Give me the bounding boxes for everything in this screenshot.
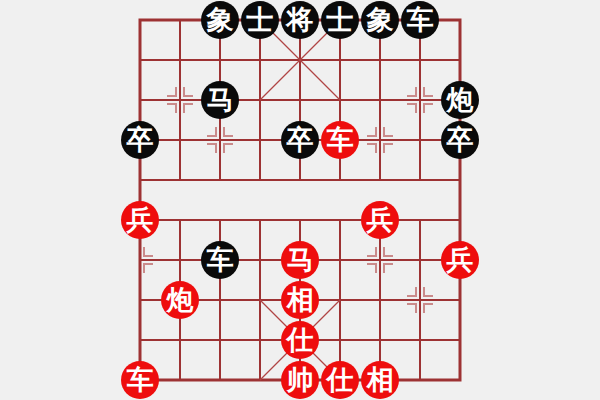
board-point: 车 (120, 360, 160, 400)
piece-black-cannon[interactable]: 炮 (441, 81, 479, 119)
board-point: 士 (320, 0, 360, 40)
board-point: 帅 (280, 360, 320, 400)
piece-black-horse[interactable]: 马 (201, 81, 239, 119)
piece-black-soldier[interactable]: 卒 (121, 121, 159, 159)
piece-black-advisor[interactable]: 士 (241, 1, 279, 39)
board-point: 仕 (280, 320, 320, 360)
piece-black-advisor[interactable]: 士 (321, 1, 359, 39)
piece-red-chariot[interactable]: 车 (121, 361, 159, 399)
piece-red-soldier[interactable]: 兵 (441, 241, 479, 279)
board-point: 卒 (120, 120, 160, 160)
board-point: 卒 (440, 120, 480, 160)
xiangqi-board: 象士将士象车马炮卒卒车卒兵兵车马兵炮相仕车帅仕相 (0, 0, 600, 400)
piece-black-chariot[interactable]: 车 (401, 1, 439, 39)
board-point: 将 (280, 0, 320, 40)
piece-black-soldier[interactable]: 卒 (441, 121, 479, 159)
piece-red-advisor[interactable]: 仕 (281, 321, 319, 359)
board-point: 相 (360, 360, 400, 400)
piece-red-general[interactable]: 帅 (281, 361, 319, 399)
piece-red-chariot[interactable]: 车 (321, 121, 359, 159)
board-point: 相 (280, 280, 320, 320)
piece-red-horse[interactable]: 马 (281, 241, 319, 279)
piece-black-elephant[interactable]: 象 (201, 1, 239, 39)
board-point: 马 (280, 240, 320, 280)
board-point: 兵 (120, 200, 160, 240)
piece-black-chariot[interactable]: 车 (201, 241, 239, 279)
board-point: 马 (200, 80, 240, 120)
piece-black-elephant[interactable]: 象 (361, 1, 399, 39)
board-point: 炮 (160, 280, 200, 320)
board-point: 兵 (360, 200, 400, 240)
board-point: 兵 (440, 240, 480, 280)
piece-black-soldier[interactable]: 卒 (281, 121, 319, 159)
board-point: 仕 (320, 360, 360, 400)
piece-red-cannon[interactable]: 炮 (161, 281, 199, 319)
pieces-layer: 象士将士象车马炮卒卒车卒兵兵车马兵炮相仕车帅仕相 (120, 0, 480, 400)
board-point: 车 (200, 240, 240, 280)
piece-red-soldier[interactable]: 兵 (121, 201, 159, 239)
board-point: 象 (200, 0, 240, 40)
board-point: 车 (400, 0, 440, 40)
board-point: 卒 (280, 120, 320, 160)
board-point: 炮 (440, 80, 480, 120)
piece-red-soldier[interactable]: 兵 (361, 201, 399, 239)
piece-red-elephant[interactable]: 相 (361, 361, 399, 399)
piece-red-elephant[interactable]: 相 (281, 281, 319, 319)
piece-red-advisor[interactable]: 仕 (321, 361, 359, 399)
board-point: 士 (240, 0, 280, 40)
board-point: 象 (360, 0, 400, 40)
board-point: 车 (320, 120, 360, 160)
piece-black-general[interactable]: 将 (281, 1, 319, 39)
